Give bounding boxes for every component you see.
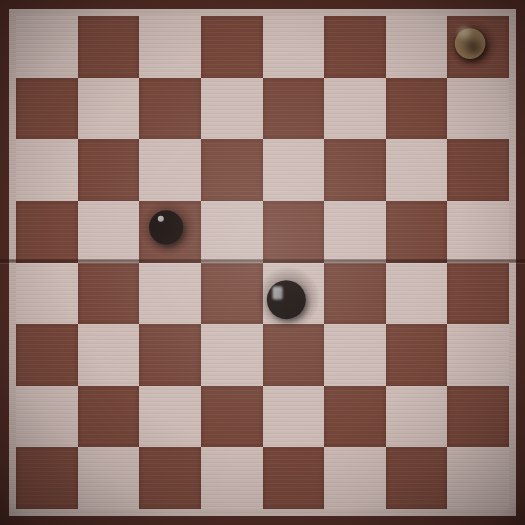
chessboard-photo: ●●● xyxy=(0,0,525,525)
piece-shadow xyxy=(141,200,196,255)
pieces-layer: ●●● xyxy=(0,0,525,525)
piece-shadow xyxy=(257,267,320,330)
